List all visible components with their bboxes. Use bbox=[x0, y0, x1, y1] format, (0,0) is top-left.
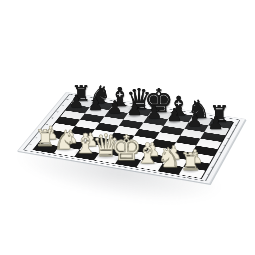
piece-black-pawn-f7[interactable]: ♟ bbox=[167, 107, 183, 125]
rank-label-right-6: 6 bbox=[224, 138, 234, 141]
rank-label-left-6: 6 bbox=[53, 111, 62, 114]
piece-black-pawn-c7[interactable]: ♟ bbox=[107, 99, 123, 116]
piece-white-rook-a1[interactable]: ♜ bbox=[35, 127, 56, 150]
piece-black-pawn-a7[interactable]: ♟ bbox=[69, 93, 84, 110]
piece-white-knight-g1[interactable]: ♞ bbox=[157, 144, 181, 171]
rank-label-right-2: 2 bbox=[208, 166, 218, 169]
rank-label-right-4: 4 bbox=[216, 151, 226, 154]
rank-label-right-5: 5 bbox=[220, 144, 230, 147]
chess-set-scene: aa88bb77cc66dd55ee44ff33gg22hh11 ♜♞♝♛♚♝♞… bbox=[0, 0, 255, 255]
piece-white-rook-h1[interactable]: ♜ bbox=[180, 150, 202, 174]
piece-black-pawn-h7[interactable]: ♟ bbox=[207, 114, 223, 132]
rank-label-left-5: 5 bbox=[48, 117, 57, 120]
rank-label-right-7: 7 bbox=[228, 131, 237, 134]
rank-label-right-3: 3 bbox=[212, 159, 222, 162]
piece-black-pawn-g7[interactable]: ♟ bbox=[187, 111, 203, 129]
piece-black-pawn-e7[interactable]: ♟ bbox=[146, 104, 162, 122]
piece-black-pawn-d7[interactable]: ♟ bbox=[127, 101, 143, 118]
rank-label-left-7: 7 bbox=[58, 105, 67, 107]
piece-black-pawn-b7[interactable]: ♟ bbox=[88, 96, 103, 113]
rank-label-right-8: 8 bbox=[231, 124, 240, 127]
rank-label-right-1: 1 bbox=[203, 173, 213, 176]
